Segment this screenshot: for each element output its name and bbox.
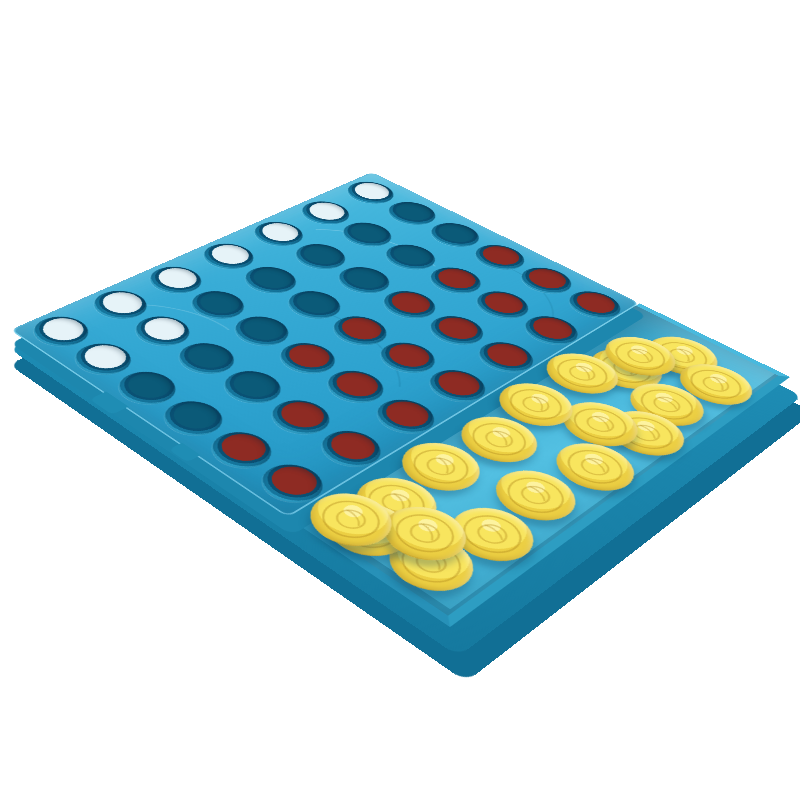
board-hole-r3-c1 <box>421 262 491 298</box>
board-hole-r4-c2 <box>420 311 493 351</box>
board-hole-r4-c1 <box>467 286 538 324</box>
board-hole-r4-c0 <box>512 263 581 299</box>
hole-grid <box>372 173 637 303</box>
game-tray-scene <box>10 172 790 627</box>
board-hole-r4-c3 <box>370 337 446 380</box>
board-hole-r2-c0 <box>422 218 489 251</box>
board-hole-r2-c1 <box>376 240 445 275</box>
board-hole-r3-c2 <box>373 286 445 324</box>
board-hole-r1-c0 <box>379 198 444 230</box>
board-hole-r3-c0 <box>466 240 534 275</box>
connect-four-product-photo <box>0 0 800 800</box>
